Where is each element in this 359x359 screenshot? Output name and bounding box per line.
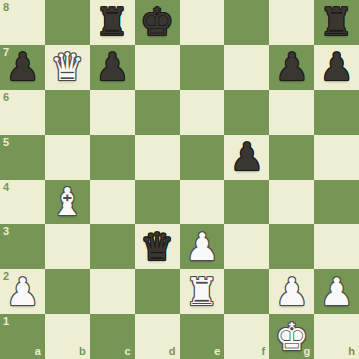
file-label-c: c [125, 346, 131, 357]
piece-black-queen[interactable]: ♛ [140, 225, 174, 269]
chess-board: 8♜♚♜7♟♛♟♟♟65♟4♝3♛♟2♟♜♟♟1abcdefg♚h [0, 0, 359, 359]
square-e7[interactable] [180, 45, 225, 90]
square-h4[interactable] [314, 180, 359, 225]
square-a8[interactable]: 8 [0, 0, 45, 45]
square-f6[interactable] [224, 90, 269, 135]
piece-black-pawn[interactable]: ♟ [320, 45, 354, 89]
square-a7[interactable]: 7♟ [0, 45, 45, 90]
square-c4[interactable] [90, 180, 135, 225]
square-c3[interactable] [90, 224, 135, 269]
piece-black-rook[interactable]: ♜ [320, 0, 354, 44]
square-e1[interactable]: e [180, 314, 225, 359]
square-a5[interactable]: 5 [0, 135, 45, 180]
square-b8[interactable] [45, 0, 90, 45]
square-a2[interactable]: 2♟ [0, 269, 45, 314]
square-e8[interactable] [180, 0, 225, 45]
square-f8[interactable] [224, 0, 269, 45]
piece-white-king[interactable]: ♚ [275, 315, 309, 359]
square-g6[interactable] [269, 90, 314, 135]
square-g5[interactable] [269, 135, 314, 180]
square-b6[interactable] [45, 90, 90, 135]
square-h2[interactable]: ♟ [314, 269, 359, 314]
piece-black-king[interactable]: ♚ [140, 0, 174, 44]
square-f2[interactable] [224, 269, 269, 314]
square-e3[interactable]: ♟ [180, 224, 225, 269]
square-a3[interactable]: 3 [0, 224, 45, 269]
square-b4[interactable]: ♝ [45, 180, 90, 225]
square-d1[interactable]: d [135, 314, 180, 359]
piece-black-rook[interactable]: ♜ [95, 0, 129, 44]
square-f4[interactable] [224, 180, 269, 225]
square-f1[interactable]: f [224, 314, 269, 359]
square-f5[interactable]: ♟ [224, 135, 269, 180]
square-g8[interactable] [269, 0, 314, 45]
piece-white-rook[interactable]: ♜ [185, 270, 219, 314]
square-f7[interactable] [224, 45, 269, 90]
piece-black-pawn[interactable]: ♟ [230, 135, 264, 179]
square-c2[interactable] [90, 269, 135, 314]
square-e4[interactable] [180, 180, 225, 225]
square-e2[interactable]: ♜ [180, 269, 225, 314]
square-h6[interactable] [314, 90, 359, 135]
square-d8[interactable]: ♚ [135, 0, 180, 45]
piece-white-bishop[interactable]: ♝ [50, 180, 84, 224]
rank-label-5: 5 [3, 137, 9, 148]
rank-label-3: 3 [3, 226, 9, 237]
square-c5[interactable] [90, 135, 135, 180]
file-label-a: a [35, 346, 41, 357]
piece-white-queen[interactable]: ♛ [50, 45, 84, 89]
file-label-d: d [169, 346, 176, 357]
square-g4[interactable] [269, 180, 314, 225]
file-label-f: f [262, 346, 266, 357]
square-h8[interactable]: ♜ [314, 0, 359, 45]
file-label-h: h [348, 346, 355, 357]
square-g7[interactable]: ♟ [269, 45, 314, 90]
piece-black-pawn[interactable]: ♟ [275, 45, 309, 89]
rank-label-8: 8 [3, 2, 9, 13]
piece-white-pawn[interactable]: ♟ [275, 270, 309, 314]
square-h1[interactable]: h [314, 314, 359, 359]
square-d7[interactable] [135, 45, 180, 90]
piece-white-pawn[interactable]: ♟ [5, 270, 39, 314]
square-b5[interactable] [45, 135, 90, 180]
square-h7[interactable]: ♟ [314, 45, 359, 90]
board-grid: 8♜♚♜7♟♛♟♟♟65♟4♝3♛♟2♟♜♟♟1abcdefg♚h [0, 0, 359, 359]
square-a1[interactable]: 1a [0, 314, 45, 359]
piece-white-pawn[interactable]: ♟ [320, 270, 354, 314]
file-label-b: b [79, 346, 86, 357]
square-b7[interactable]: ♛ [45, 45, 90, 90]
square-e5[interactable] [180, 135, 225, 180]
square-d4[interactable] [135, 180, 180, 225]
square-g1[interactable]: g♚ [269, 314, 314, 359]
square-d3[interactable]: ♛ [135, 224, 180, 269]
file-label-e: e [214, 346, 220, 357]
square-g2[interactable]: ♟ [269, 269, 314, 314]
rank-label-1: 1 [3, 316, 9, 327]
square-c8[interactable]: ♜ [90, 0, 135, 45]
piece-white-pawn[interactable]: ♟ [185, 225, 219, 269]
piece-black-pawn[interactable]: ♟ [5, 45, 39, 89]
square-f3[interactable] [224, 224, 269, 269]
square-h3[interactable] [314, 224, 359, 269]
square-b1[interactable]: b [45, 314, 90, 359]
square-d5[interactable] [135, 135, 180, 180]
square-d6[interactable] [135, 90, 180, 135]
square-c1[interactable]: c [90, 314, 135, 359]
square-h5[interactable] [314, 135, 359, 180]
square-b3[interactable] [45, 224, 90, 269]
square-c7[interactable]: ♟ [90, 45, 135, 90]
square-a4[interactable]: 4 [0, 180, 45, 225]
square-c6[interactable] [90, 90, 135, 135]
square-e6[interactable] [180, 90, 225, 135]
square-b2[interactable] [45, 269, 90, 314]
rank-label-4: 4 [3, 182, 9, 193]
square-a6[interactable]: 6 [0, 90, 45, 135]
piece-black-pawn[interactable]: ♟ [95, 45, 129, 89]
square-d2[interactable] [135, 269, 180, 314]
rank-label-6: 6 [3, 92, 9, 103]
square-g3[interactable] [269, 224, 314, 269]
